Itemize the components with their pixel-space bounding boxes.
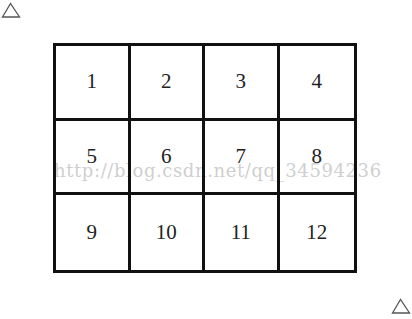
triangle-icon: [1, 2, 22, 19]
cell-number: 6: [161, 144, 172, 169]
grid-cell-9: 9: [56, 195, 131, 270]
triangle-icon: [390, 298, 411, 315]
cell-number: 8: [312, 144, 323, 169]
grid-cell-7: 7: [205, 121, 280, 196]
cell-number: 10: [156, 220, 177, 245]
grid-cell-12: 12: [280, 195, 355, 270]
grid-cell-6: 6: [131, 121, 206, 196]
grid-cell-10: 10: [131, 195, 206, 270]
cell-number: 11: [231, 220, 251, 245]
cell-number: 4: [312, 69, 323, 94]
grid-cell-8: 8: [280, 121, 355, 196]
grid-cell-3: 3: [205, 46, 280, 121]
grid-cell-5: 5: [56, 121, 131, 196]
grid-cell-1: 1: [56, 46, 131, 121]
grid-cell-11: 11: [205, 195, 280, 270]
cell-number: 12: [306, 220, 327, 245]
cell-number: 1: [87, 69, 98, 94]
grid-cell-4: 4: [280, 46, 355, 121]
grid-cell-2: 2: [131, 46, 206, 121]
cell-number: 9: [87, 220, 98, 245]
cell-number: 7: [236, 144, 247, 169]
puzzle-grid: 123456789101112: [53, 43, 357, 273]
page-canvas: http://blog.csdn.net/qq_34594236 1234567…: [0, 0, 412, 319]
cell-number: 5: [87, 144, 98, 169]
cell-number: 3: [236, 69, 247, 94]
cell-number: 2: [161, 69, 172, 94]
